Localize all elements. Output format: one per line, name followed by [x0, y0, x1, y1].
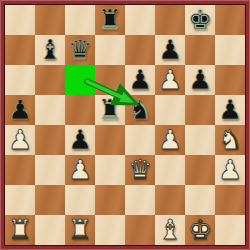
- square-a4[interactable]: ♟: [5, 125, 35, 155]
- square-h4[interactable]: ♞: [215, 125, 245, 155]
- square-b1[interactable]: [35, 215, 65, 245]
- square-b8[interactable]: [35, 5, 65, 35]
- square-f1[interactable]: ♝: [155, 215, 185, 245]
- piece-black-knight[interactable]: ♞: [128, 96, 152, 123]
- square-f2[interactable]: [155, 185, 185, 215]
- square-a1[interactable]: ♜: [5, 215, 35, 245]
- piece-black-pawn[interactable]: ♟: [128, 66, 152, 93]
- square-f6[interactable]: ♟: [155, 65, 185, 95]
- piece-black-king[interactable]: ♚: [188, 6, 212, 33]
- piece-black-pawn[interactable]: ♟: [188, 66, 212, 93]
- square-h1[interactable]: [215, 215, 245, 245]
- square-g4[interactable]: [185, 125, 215, 155]
- square-d2[interactable]: [95, 185, 125, 215]
- square-d4[interactable]: [95, 125, 125, 155]
- square-e1[interactable]: [125, 215, 155, 245]
- square-e2[interactable]: [125, 185, 155, 215]
- square-b2[interactable]: [35, 185, 65, 215]
- square-h3[interactable]: ♟: [215, 155, 245, 185]
- square-c2[interactable]: [65, 185, 95, 215]
- piece-white-rook[interactable]: ♜: [68, 216, 92, 243]
- piece-black-pawn[interactable]: ♟: [68, 126, 92, 153]
- square-d6[interactable]: [95, 65, 125, 95]
- chess-board: ♜♚♝♛♟♟♟♟♟♜♞♟♟♟♟♞♟♛♟♜♜♝♚: [5, 5, 245, 245]
- square-b7[interactable]: ♝: [35, 35, 65, 65]
- square-d1[interactable]: [95, 215, 125, 245]
- square-b3[interactable]: [35, 155, 65, 185]
- square-d8[interactable]: ♜: [95, 5, 125, 35]
- piece-black-bishop[interactable]: ♝: [38, 36, 62, 63]
- piece-black-rook[interactable]: ♜: [98, 96, 122, 123]
- square-a8[interactable]: [5, 5, 35, 35]
- square-b4[interactable]: [35, 125, 65, 155]
- square-c1[interactable]: ♜: [65, 215, 95, 245]
- square-g7[interactable]: [185, 35, 215, 65]
- square-e8[interactable]: [125, 5, 155, 35]
- square-c8[interactable]: [65, 5, 95, 35]
- square-e7[interactable]: [125, 35, 155, 65]
- piece-white-pawn[interactable]: ♟: [218, 156, 242, 183]
- square-f4[interactable]: ♟: [155, 125, 185, 155]
- square-d3[interactable]: [95, 155, 125, 185]
- square-h5[interactable]: ♟: [215, 95, 245, 125]
- piece-white-pawn[interactable]: ♟: [8, 126, 32, 153]
- square-a5[interactable]: ♟: [5, 95, 35, 125]
- square-g6[interactable]: ♟: [185, 65, 215, 95]
- piece-white-pawn[interactable]: ♟: [158, 126, 182, 153]
- square-g3[interactable]: [185, 155, 215, 185]
- piece-white-pawn[interactable]: ♟: [158, 66, 182, 93]
- piece-black-rook[interactable]: ♜: [98, 6, 122, 33]
- square-f7[interactable]: ♟: [155, 35, 185, 65]
- square-g2[interactable]: [185, 185, 215, 215]
- square-f8[interactable]: [155, 5, 185, 35]
- square-a6[interactable]: [5, 65, 35, 95]
- square-a7[interactable]: [5, 35, 35, 65]
- piece-black-pawn[interactable]: ♟: [218, 96, 242, 123]
- piece-black-queen[interactable]: ♛: [68, 36, 92, 63]
- piece-white-bishop[interactable]: ♝: [158, 216, 182, 243]
- square-e4[interactable]: [125, 125, 155, 155]
- square-d7[interactable]: [95, 35, 125, 65]
- square-a3[interactable]: [5, 155, 35, 185]
- square-c7[interactable]: ♛: [65, 35, 95, 65]
- piece-white-knight[interactable]: ♞: [218, 126, 242, 153]
- square-a2[interactable]: [5, 185, 35, 215]
- square-c6[interactable]: [65, 65, 95, 95]
- square-h2[interactable]: [215, 185, 245, 215]
- square-e3[interactable]: ♛: [125, 155, 155, 185]
- square-g5[interactable]: [185, 95, 215, 125]
- piece-black-pawn[interactable]: ♟: [158, 36, 182, 63]
- square-e6[interactable]: ♟: [125, 65, 155, 95]
- square-h6[interactable]: [215, 65, 245, 95]
- square-c5[interactable]: [65, 95, 95, 125]
- square-h7[interactable]: [215, 35, 245, 65]
- square-b5[interactable]: [35, 95, 65, 125]
- square-d5[interactable]: ♜: [95, 95, 125, 125]
- chess-board-frame: ♜♚♝♛♟♟♟♟♟♜♞♟♟♟♟♞♟♛♟♜♜♝♚: [0, 0, 250, 250]
- piece-black-pawn[interactable]: ♟: [8, 96, 32, 123]
- square-c4[interactable]: ♟: [65, 125, 95, 155]
- square-g1[interactable]: ♚: [185, 215, 215, 245]
- square-g8[interactable]: ♚: [185, 5, 215, 35]
- piece-white-queen[interactable]: ♛: [128, 156, 152, 183]
- piece-white-rook[interactable]: ♜: [8, 216, 32, 243]
- square-c3[interactable]: ♟: [65, 155, 95, 185]
- square-e5[interactable]: ♞: [125, 95, 155, 125]
- square-f3[interactable]: [155, 155, 185, 185]
- piece-white-pawn[interactable]: ♟: [68, 156, 92, 183]
- square-f5[interactable]: [155, 95, 185, 125]
- square-h8[interactable]: [215, 5, 245, 35]
- square-b6[interactable]: [35, 65, 65, 95]
- piece-white-king[interactable]: ♚: [188, 216, 212, 243]
